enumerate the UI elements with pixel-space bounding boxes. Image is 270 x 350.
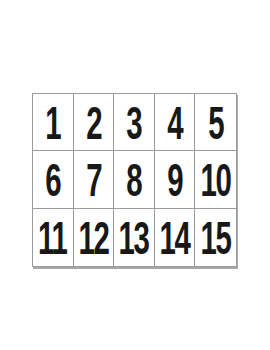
number-label: 1 [45,98,60,146]
number-label: 2 [86,98,101,146]
number-cell-13: 13 [114,209,155,266]
number-label: 6 [45,155,60,203]
number-cell-6: 6 [33,151,74,208]
number-label: 9 [167,155,182,203]
number-label: 8 [126,155,141,203]
number-cell-9: 9 [155,151,196,208]
number-cell-8: 8 [114,151,155,208]
number-cell-15: 15 [195,209,236,266]
number-label: 13 [119,213,149,261]
number-cell-1: 1 [33,94,74,151]
number-cell-11: 11 [33,209,74,266]
number-label: 14 [160,213,190,261]
number-cell-4: 4 [155,94,196,151]
number-cell-3: 3 [114,94,155,151]
number-cell-7: 7 [74,151,115,208]
number-label: 10 [201,155,231,203]
worksheet-page: 123456789101112131415 [0,0,270,350]
number-cell-5: 5 [195,94,236,151]
number-label: 12 [78,213,108,261]
number-label: 7 [86,155,101,203]
number-label: 3 [126,98,141,146]
number-label: 11 [39,213,68,261]
number-grid: 123456789101112131415 [32,93,237,267]
number-cell-2: 2 [74,94,115,151]
number-cell-12: 12 [74,209,115,266]
number-label: 15 [201,213,231,261]
number-label: 5 [208,98,223,146]
number-label: 4 [167,98,182,146]
number-cell-14: 14 [155,209,196,266]
number-cell-10: 10 [195,151,236,208]
